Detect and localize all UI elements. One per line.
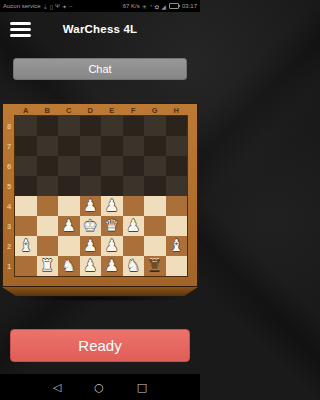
- square-f5[interactable]: [123, 176, 145, 196]
- download-icon: ⇣: [43, 3, 48, 10]
- square-c4[interactable]: [58, 196, 80, 216]
- square-b6[interactable]: [37, 156, 59, 176]
- board-shadow: [15, 295, 185, 302]
- white-pawn-icon: ♟: [83, 198, 97, 214]
- white-pawn-icon: ♟: [83, 238, 97, 254]
- board-frame: ABCDEFGH 87654321 ♟♟♟♚♛♟♝♟♟♝♜♞♟♟♞♜: [2, 103, 198, 287]
- square-g7[interactable]: [144, 136, 166, 156]
- battery-icon: [169, 3, 179, 9]
- square-a1[interactable]: [15, 256, 37, 276]
- file-label-a: A: [15, 104, 37, 116]
- square-g4[interactable]: [144, 196, 166, 216]
- file-label-b: B: [37, 104, 59, 116]
- white-pawn-icon: ♟: [126, 218, 140, 234]
- rank-label-2: 2: [3, 236, 15, 256]
- rank-labels: 87654321: [3, 116, 15, 276]
- file-label-e: E: [101, 104, 123, 116]
- white-pawn-icon: ♟: [83, 258, 97, 274]
- square-d6[interactable]: [80, 156, 102, 176]
- white-bishop-icon: ♝: [169, 238, 183, 254]
- square-e8[interactable]: [101, 116, 123, 136]
- square-a6[interactable]: [15, 156, 37, 176]
- square-a2[interactable]: ♝: [15, 236, 37, 256]
- back-icon[interactable]: ◁: [53, 382, 61, 393]
- file-label-g: G: [144, 104, 166, 116]
- square-d2[interactable]: ♟: [80, 236, 102, 256]
- white-rook-icon: ♜: [40, 258, 54, 274]
- app-header: WarChess 4L: [0, 12, 200, 46]
- square-d7[interactable]: [80, 136, 102, 156]
- chat-button[interactable]: Chat: [13, 58, 187, 80]
- square-b5[interactable]: [37, 176, 59, 196]
- square-h3[interactable]: [166, 216, 188, 236]
- square-e6[interactable]: [101, 156, 123, 176]
- square-c6[interactable]: [58, 156, 80, 176]
- gear-icon: ✿: [154, 3, 159, 10]
- square-g2[interactable]: [144, 236, 166, 256]
- square-h4[interactable]: [166, 196, 188, 216]
- psi-app-icon: Ψ: [55, 3, 60, 9]
- square-b8[interactable]: [37, 116, 59, 136]
- square-g3[interactable]: [144, 216, 166, 236]
- square-f6[interactable]: [123, 156, 145, 176]
- white-pawn-icon: ♟: [105, 238, 119, 254]
- rank-label-3: 3: [3, 216, 15, 236]
- square-c5[interactable]: [58, 176, 80, 196]
- file-label-c: C: [58, 104, 80, 116]
- white-king-icon: ♚: [83, 218, 97, 234]
- rank-label-4: 4: [3, 196, 15, 216]
- square-e7[interactable]: [101, 136, 123, 156]
- square-f8[interactable]: [123, 116, 145, 136]
- black-rook-icon: ♜: [148, 258, 162, 274]
- sim-icon: ▯: [50, 3, 53, 10]
- file-label-d: D: [80, 104, 102, 116]
- square-g6[interactable]: [144, 156, 166, 176]
- square-e5[interactable]: [101, 176, 123, 196]
- bluetooth-icon: ✳: [142, 3, 147, 10]
- carrier-label: Aucun service: [3, 3, 41, 9]
- rank-label-5: 5: [3, 176, 15, 196]
- bird-app-icon: ✦: [62, 3, 67, 10]
- square-g8[interactable]: [144, 116, 166, 136]
- white-pawn-icon: ♟: [105, 198, 119, 214]
- android-nav-bar: ◁ ○ □: [0, 374, 200, 400]
- square-e1[interactable]: ♟: [101, 256, 123, 276]
- file-label-f: F: [123, 104, 145, 116]
- square-e2[interactable]: ♟: [101, 236, 123, 256]
- white-bishop-icon: ♝: [19, 238, 33, 254]
- square-a5[interactable]: [15, 176, 37, 196]
- square-h6[interactable]: [166, 156, 188, 176]
- square-d1[interactable]: ♟: [80, 256, 102, 276]
- square-h7[interactable]: [166, 136, 188, 156]
- square-a4[interactable]: [15, 196, 37, 216]
- square-b7[interactable]: [37, 136, 59, 156]
- square-g1[interactable]: ♜: [144, 256, 166, 276]
- board-squares: ♟♟♟♚♛♟♝♟♟♝♜♞♟♟♞♜: [15, 116, 187, 276]
- square-f4[interactable]: [123, 196, 145, 216]
- square-c8[interactable]: [58, 116, 80, 136]
- square-f7[interactable]: [123, 136, 145, 156]
- chess-board: ABCDEFGH 87654321 ♟♟♟♚♛♟♝♟♟♝♜♞♟♟♞♜: [2, 103, 198, 302]
- no-network-dashes: –: [69, 3, 72, 9]
- square-f2[interactable]: [123, 236, 145, 256]
- square-h5[interactable]: [166, 176, 188, 196]
- square-d8[interactable]: [80, 116, 102, 136]
- rank-label-6: 6: [3, 156, 15, 176]
- page-title: WarChess 4L: [0, 23, 200, 35]
- recents-icon[interactable]: □: [137, 382, 147, 393]
- square-a7[interactable]: [15, 136, 37, 156]
- square-f1[interactable]: ♞: [123, 256, 145, 276]
- square-f3[interactable]: ♟: [123, 216, 145, 236]
- square-b4[interactable]: [37, 196, 59, 216]
- clock-label: 03:17: [182, 3, 197, 9]
- square-b3[interactable]: [37, 216, 59, 236]
- square-a3[interactable]: [15, 216, 37, 236]
- white-queen-icon: ♛: [105, 218, 119, 234]
- rank-label-7: 7: [3, 136, 15, 156]
- square-c7[interactable]: [58, 136, 80, 156]
- signal-icon: ◢: [161, 3, 166, 10]
- square-h1[interactable]: [166, 256, 188, 276]
- square-h8[interactable]: [166, 116, 188, 136]
- status-bar: Aucun service ⇣ ▯ Ψ ✦ – 67 K/s ✳ ◔ ✿ ◢ 0…: [0, 0, 200, 12]
- square-c3[interactable]: ♟: [58, 216, 80, 236]
- square-d3[interactable]: ♚: [80, 216, 102, 236]
- white-knight-icon: ♞: [62, 258, 76, 274]
- square-d4[interactable]: ♟: [80, 196, 102, 216]
- ready-button[interactable]: Ready: [10, 329, 190, 362]
- rank-label-1: 1: [3, 256, 15, 276]
- file-labels: ABCDEFGH: [15, 104, 187, 116]
- white-knight-icon: ♞: [126, 258, 140, 274]
- white-pawn-icon: ♟: [62, 218, 76, 234]
- square-h2[interactable]: ♝: [166, 236, 188, 256]
- rank-label-8: 8: [3, 116, 15, 136]
- square-c1[interactable]: ♞: [58, 256, 80, 276]
- white-pawn-icon: ♟: [105, 258, 119, 274]
- alarm-icon: ◔: [149, 3, 153, 9]
- square-e3[interactable]: ♛: [101, 216, 123, 236]
- square-e4[interactable]: ♟: [101, 196, 123, 216]
- square-b1[interactable]: ♜: [37, 256, 59, 276]
- square-g5[interactable]: [144, 176, 166, 196]
- square-b2[interactable]: [37, 236, 59, 256]
- square-c2[interactable]: [58, 236, 80, 256]
- net-speed-label: 67 K/s: [123, 3, 140, 9]
- square-a8[interactable]: [15, 116, 37, 136]
- home-icon[interactable]: ○: [94, 382, 104, 393]
- file-label-h: H: [166, 104, 188, 116]
- board-base-3d: [2, 287, 198, 296]
- square-d5[interactable]: [80, 176, 102, 196]
